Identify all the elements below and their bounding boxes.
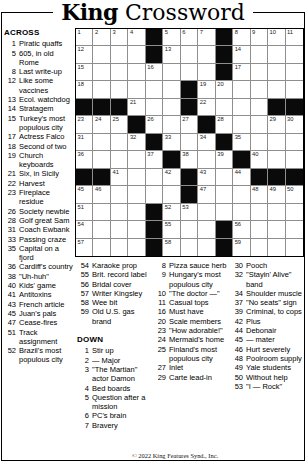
grid-cell[interactable]: [268, 239, 285, 256]
grid-cell[interactable]: [93, 239, 110, 256]
clue-number: 12: [4, 76, 19, 85]
grid-cell[interactable]: 16: [146, 64, 163, 81]
clue-number: 22: [4, 179, 19, 188]
clue-text: Stir up: [92, 346, 152, 355]
clue-text: French article: [19, 300, 74, 309]
clue-text: — mater: [246, 335, 304, 344]
cell-number: 30: [287, 116, 293, 124]
clue-down-5: 5Question after a mission: [77, 393, 152, 412]
grid-cell[interactable]: [286, 239, 303, 256]
cell-number: 55: [165, 221, 171, 229]
grid-cell[interactable]: [233, 204, 250, 221]
clue-number: 44: [231, 326, 246, 335]
down-clue-list-1: 1Stir up2— Major3"The Martian" actor Dam…: [77, 346, 152, 430]
clue-number: 38: [4, 272, 19, 281]
grid-cell[interactable]: [111, 151, 128, 168]
grid-cell[interactable]: [198, 204, 215, 221]
grid-cell[interactable]: 13: [163, 46, 180, 63]
clue-number: 23: [154, 326, 169, 335]
grid-cell[interactable]: [93, 81, 110, 98]
grid-cell[interactable]: [216, 186, 233, 203]
clue-down-25: 25Finland's most populous city: [154, 345, 228, 364]
black-cell: [216, 46, 233, 63]
grid-cell[interactable]: [111, 64, 128, 81]
cell-number: 41: [112, 169, 118, 177]
grid-cell[interactable]: [111, 186, 128, 203]
grid-cell[interactable]: [163, 99, 180, 116]
clue-text: Plus: [246, 317, 304, 326]
cell-number: 40: [252, 151, 258, 159]
grid-cell[interactable]: [251, 239, 268, 256]
black-cell: [286, 169, 303, 186]
grid-cell[interactable]: [233, 116, 250, 133]
grid-cell[interactable]: [251, 46, 268, 63]
grid-cell[interactable]: 17: [233, 64, 250, 81]
clue-text: Harvest: [19, 179, 74, 188]
cell-number: 15: [78, 64, 84, 72]
clue-text: Question after a mission: [92, 393, 152, 412]
black-cell: [181, 186, 198, 203]
clue-across-36: 36Cardiff's country: [4, 262, 74, 271]
clue-across-21: 21Six, in Sicily: [4, 169, 74, 178]
clue-number: 50: [231, 373, 246, 382]
cell-number: 1: [78, 29, 81, 37]
grid-cell[interactable]: [286, 221, 303, 238]
grid-cell[interactable]: [268, 204, 285, 221]
grid-cell[interactable]: 32: [128, 134, 145, 151]
clue-number: 55: [77, 270, 92, 279]
clue-across-18: 18Second of two: [4, 142, 74, 151]
grid-cell[interactable]: [163, 81, 180, 98]
clue-number: 8: [4, 67, 19, 76]
black-cell: [111, 99, 128, 116]
grid-cell[interactable]: [268, 46, 285, 63]
grid-cell[interactable]: [233, 99, 250, 116]
grid-cell[interactable]: 43: [198, 169, 215, 186]
clue-number: 47: [4, 318, 19, 327]
grid-cell[interactable]: [181, 134, 198, 151]
grid-cell[interactable]: 15: [76, 64, 93, 81]
grid-cell[interactable]: 7: [198, 29, 215, 46]
cell-number: 36: [78, 151, 84, 159]
clue-text: Inlet: [169, 363, 228, 372]
grid-cell[interactable]: [93, 134, 110, 151]
black-cell: [146, 221, 163, 238]
clue-text: Coach Ewbank: [19, 225, 74, 234]
clue-text: Six, in Sicily: [19, 169, 74, 178]
clue-number: 53: [231, 382, 246, 391]
cell-number: 23: [78, 116, 84, 124]
clue-number: 48: [231, 354, 246, 363]
grid-cell[interactable]: [251, 221, 268, 238]
grid-cell[interactable]: [163, 116, 180, 133]
grid-cell[interactable]: [181, 64, 198, 81]
grid-cell[interactable]: [268, 151, 285, 168]
black-cell: [146, 239, 163, 256]
clue-number: 1: [77, 346, 92, 355]
grid-cell[interactable]: [216, 204, 233, 221]
grid-cell[interactable]: 30: [286, 116, 303, 133]
grid-cell[interactable]: [286, 64, 303, 81]
grid-cell[interactable]: [251, 81, 268, 98]
clue-number: 45: [231, 335, 246, 344]
clue-number: 19: [4, 151, 19, 160]
grid-cell[interactable]: 29: [268, 116, 285, 133]
clue-across-15: 15Turkey's most populous city: [4, 114, 74, 133]
grid-cell[interactable]: [198, 239, 215, 256]
clue-text: Antitoxins: [19, 290, 74, 299]
grid-cell[interactable]: 38: [181, 151, 198, 168]
down-clue-list-2: 8Pizza sauce herb9Hungary's most populou…: [154, 261, 228, 382]
clue-number: 49: [231, 363, 246, 372]
black-cell: [251, 169, 268, 186]
grid-cell[interactable]: 12: [76, 46, 93, 63]
copyright-line: © 2022 King Features Synd., Inc.: [60, 452, 290, 459]
clue-text: Scale members: [169, 317, 228, 326]
across-clue-list: 1Piratic quaffs5605, in old Rome8Last wr…: [4, 39, 74, 364]
cell-number: 54: [78, 221, 84, 229]
clue-across-5: 5605, in old Rome: [4, 49, 74, 68]
black-cell: [216, 221, 233, 238]
grid-cell[interactable]: 20: [216, 81, 233, 98]
cell-number: 59: [235, 239, 241, 247]
clue-down-4: 4Bed boards: [77, 384, 152, 393]
clue-text: Pizza sauce herb: [169, 261, 228, 270]
clue-across-43: 43French article: [4, 300, 74, 309]
clue-down-49: 49Yale students: [231, 363, 304, 372]
down-header: DOWN: [77, 335, 152, 344]
clue-number: 57: [77, 289, 92, 298]
clue-text: Writer Kingsley: [92, 289, 152, 298]
grid-cell[interactable]: [128, 64, 145, 81]
clue-text: Casual tops: [169, 298, 228, 307]
cell-number: 13: [165, 46, 171, 54]
clue-text: Cardiff's country: [19, 262, 74, 271]
cell-number: 47: [200, 186, 206, 194]
clue-across-12: 12Like some vaccines: [4, 76, 74, 95]
grid-cell[interactable]: 41: [111, 169, 128, 186]
grid-cell[interactable]: [268, 81, 285, 98]
grid-cell[interactable]: [268, 134, 285, 151]
black-cell: [233, 151, 250, 168]
clue-number: 59: [77, 307, 92, 316]
clue-text: "I — Rock": [246, 382, 304, 391]
grid-cell[interactable]: [111, 46, 128, 63]
grid-cell[interactable]: 11: [286, 29, 303, 46]
clue-text: Like some vaccines: [19, 76, 74, 95]
grid-cell[interactable]: 25: [111, 116, 128, 133]
grid-cell[interactable]: [146, 169, 163, 186]
clue-text: Juan's pals: [19, 309, 74, 318]
black-cell: [181, 81, 198, 98]
grid-cell[interactable]: 4: [128, 29, 145, 46]
clue-number: 10: [154, 289, 169, 298]
clue-text: Fireplace residue: [19, 188, 74, 207]
grid-cell[interactable]: 8: [233, 29, 250, 46]
grid-cell[interactable]: [198, 221, 215, 238]
clue-number: 8: [154, 261, 169, 270]
grid-cell[interactable]: [198, 46, 215, 63]
grid-cell[interactable]: 58: [163, 239, 180, 256]
clue-down-6: 6PC's brain: [77, 411, 152, 420]
grid-cell[interactable]: 19: [198, 81, 215, 98]
black-cell: [181, 99, 198, 116]
clue-across-38: 38"Uh-huh": [4, 272, 74, 281]
grid-cell[interactable]: [251, 64, 268, 81]
grid-cell[interactable]: [251, 116, 268, 133]
clue-down-30: 30Pooch: [231, 261, 304, 270]
grid-cell[interactable]: 2: [93, 29, 110, 46]
grid-cell[interactable]: 39: [216, 151, 233, 168]
cell-number: 14: [235, 46, 241, 54]
clue-text: "Uh-huh": [19, 272, 74, 281]
grid-cell[interactable]: 47: [198, 186, 215, 203]
cell-number: 2: [95, 29, 98, 37]
grid-cell[interactable]: [181, 46, 198, 63]
grid-cell[interactable]: 53: [181, 204, 198, 221]
clue-number: 5: [4, 49, 19, 58]
grid-cell[interactable]: [268, 221, 285, 238]
clue-number: 11: [154, 298, 169, 307]
title-crossword: Crossword: [118, 0, 245, 25]
clue-number: 34: [231, 289, 246, 298]
clue-across-47: 47Cease-fires: [4, 318, 74, 327]
grid-cell[interactable]: 35: [233, 134, 250, 151]
clue-across-17: 17Actress Falco: [4, 132, 74, 141]
clue-across-35: 35Capital on a fjord: [4, 244, 74, 263]
grid-cell[interactable]: 37: [146, 151, 163, 168]
clue-number: 21: [4, 169, 19, 178]
grid-cell[interactable]: [111, 221, 128, 238]
grid-cell[interactable]: 26: [146, 116, 163, 133]
cell-number: 56: [235, 221, 241, 229]
grid-cell[interactable]: 49: [268, 186, 285, 203]
grid-cell[interactable]: [286, 204, 303, 221]
clue-text: Piratic quaffs: [19, 39, 74, 48]
clue-across-56: 56Bridal cover: [77, 280, 152, 289]
grid-cell[interactable]: 24: [93, 116, 110, 133]
clue-down-48: 48Poolroom supply: [231, 354, 304, 363]
grid-cell[interactable]: 23: [76, 116, 93, 133]
cell-number: 35: [235, 134, 241, 142]
grid-cell[interactable]: 21: [128, 99, 145, 116]
clue-down-42: 42Plus: [231, 317, 304, 326]
grid-cell[interactable]: [233, 81, 250, 98]
grid-cell[interactable]: 27: [181, 116, 198, 133]
grid-cell[interactable]: [216, 99, 233, 116]
grid-cell[interactable]: 54: [76, 221, 93, 238]
black-cell: [268, 99, 285, 116]
grid-cell[interactable]: [198, 64, 215, 81]
grid-cell[interactable]: [146, 99, 163, 116]
grid-cell[interactable]: 10: [268, 29, 285, 46]
clue-text: Bravery: [92, 421, 152, 430]
grid-cell[interactable]: [286, 46, 303, 63]
clue-down-39: 39Criminal, to cops: [231, 307, 304, 316]
clue-across-58: 58Wee bit: [77, 298, 152, 307]
black-cell: [216, 64, 233, 81]
clue-number: 25: [154, 345, 169, 354]
grid-cell[interactable]: [93, 64, 110, 81]
grid-cell[interactable]: [93, 151, 110, 168]
grid-cell[interactable]: 59: [233, 239, 250, 256]
grid-cell[interactable]: [286, 134, 303, 151]
cell-number: 27: [182, 116, 188, 124]
clue-down-11: 11Casual tops: [154, 298, 228, 307]
grid-cell[interactable]: 33: [163, 134, 180, 151]
clue-number: 23: [4, 188, 19, 197]
grid-cell[interactable]: 56: [233, 221, 250, 238]
cell-number: 21: [130, 99, 136, 107]
grid-cell[interactable]: 42: [163, 169, 180, 186]
clue-number: 20: [154, 317, 169, 326]
grid-cell[interactable]: 14: [233, 46, 250, 63]
grid-cell[interactable]: 36: [76, 151, 93, 168]
clue-text: Second of two: [19, 142, 74, 151]
grid-cell[interactable]: [181, 221, 198, 238]
clue-across-26: 26Society newbie: [4, 207, 74, 216]
black-cell: [163, 151, 180, 168]
grid-cell[interactable]: [286, 151, 303, 168]
grid-cell[interactable]: 31: [76, 134, 93, 151]
clue-text: Brazil's most populous city: [19, 346, 74, 365]
grid-cell[interactable]: [111, 239, 128, 256]
black-cell: [146, 134, 163, 151]
clue-across-57: 57Writer Kingsley: [77, 289, 152, 298]
grid-cell[interactable]: 55: [163, 221, 180, 238]
grid-cell[interactable]: 1: [76, 29, 93, 46]
grid-cell[interactable]: [146, 186, 163, 203]
grid-cell[interactable]: 9: [251, 29, 268, 46]
grid-cell[interactable]: [93, 46, 110, 63]
grid-cell[interactable]: [111, 204, 128, 221]
grid-cell[interactable]: [198, 151, 215, 168]
grid-cell[interactable]: 44: [233, 169, 250, 186]
grid-cell[interactable]: [111, 81, 128, 98]
cell-number: 20: [217, 81, 223, 89]
grid-cell[interactable]: [111, 134, 128, 151]
cell-number: 12: [78, 46, 84, 54]
clue-text: Poolroom supply: [246, 354, 304, 363]
black-cell: [146, 29, 163, 46]
grid-cell[interactable]: [128, 221, 145, 238]
clue-down-27: 27Inlet: [154, 363, 228, 372]
clue-text: Without help: [246, 373, 304, 382]
clue-text: Pooch: [246, 261, 304, 270]
grid-cell[interactable]: [128, 204, 145, 221]
grid-cell[interactable]: [128, 151, 145, 168]
grid-cell[interactable]: 45: [76, 186, 93, 203]
grid-cell[interactable]: [128, 46, 145, 63]
black-cell: [76, 169, 93, 186]
clue-number: 58: [77, 298, 92, 307]
clue-text: Capital on a fjord: [19, 244, 74, 263]
cell-number: 58: [165, 239, 171, 247]
grid-cell[interactable]: 3: [111, 29, 128, 46]
clue-across-31: 31Coach Ewbank: [4, 225, 74, 234]
grid-cell[interactable]: 28: [216, 116, 233, 133]
grid-cell[interactable]: [128, 239, 145, 256]
grid-cell[interactable]: 46: [93, 186, 110, 203]
clue-number: 6: [77, 411, 92, 420]
cell-number: 45: [78, 186, 84, 194]
cell-number: 16: [147, 64, 153, 72]
clue-number: 35: [4, 244, 19, 253]
clue-down-44: 44Debonair: [231, 326, 304, 335]
grid-cell[interactable]: [251, 204, 268, 221]
grid-cell[interactable]: [93, 204, 110, 221]
cell-number: 24: [95, 116, 101, 124]
grid-cell[interactable]: [181, 239, 198, 256]
clue-down-29: 29Carte lead-in: [154, 373, 228, 382]
grid-cell[interactable]: 6: [181, 29, 198, 46]
grid-cell[interactable]: 40: [251, 151, 268, 168]
grid-cell[interactable]: [128, 169, 145, 186]
black-cell: [216, 29, 233, 46]
clue-text: Yale students: [246, 363, 304, 372]
clue-number: 52: [4, 346, 19, 355]
clue-number: 13: [4, 95, 19, 104]
grid-cell[interactable]: [163, 64, 180, 81]
grid-cell[interactable]: 50: [286, 186, 303, 203]
page-title: King Crossword: [53, 0, 253, 25]
black-cell: [216, 239, 233, 256]
grid-cell[interactable]: 57: [76, 239, 93, 256]
grid-cell[interactable]: 5: [163, 29, 180, 46]
black-cell: [146, 46, 163, 63]
grid-cell[interactable]: 51: [76, 204, 93, 221]
grid-cell[interactable]: [146, 81, 163, 98]
clue-down-1: 1Stir up: [77, 346, 152, 355]
clue-text: Stratagem: [19, 104, 74, 113]
grid-cell[interactable]: [128, 81, 145, 98]
clue-down-37: 37"No seats" sign: [231, 298, 304, 307]
grid-cell[interactable]: 52: [163, 204, 180, 221]
clue-number: 14: [4, 104, 19, 113]
clue-text: Golf great Sam: [19, 216, 74, 225]
clue-down-3: 3"The Martian" actor Damon: [77, 365, 152, 384]
grid-cell[interactable]: [163, 186, 180, 203]
grid-cell[interactable]: 22: [198, 99, 215, 116]
grid-cell[interactable]: [93, 221, 110, 238]
clue-across-1: 1Piratic quaffs: [4, 39, 74, 48]
clue-across-22: 22Harvest: [4, 179, 74, 188]
clue-text: Hurt severely: [246, 345, 304, 354]
grid-cell[interactable]: 34: [198, 134, 215, 151]
cell-number: 29: [270, 116, 276, 124]
clue-across-14: 14Stratagem: [4, 104, 74, 113]
clue-text: "Stayin' Alive" band: [246, 270, 304, 289]
clue-number: 42: [231, 317, 246, 326]
grid-cell[interactable]: [216, 169, 233, 186]
clue-across-8: 8Last write-up: [4, 67, 74, 76]
grid-cell[interactable]: [268, 64, 285, 81]
clue-down-34: 34Shoulder muscle: [231, 289, 304, 298]
cell-number: 11: [287, 29, 293, 37]
clue-number: 41: [4, 290, 19, 299]
clue-text: Passing craze: [19, 235, 74, 244]
grid-cell[interactable]: [286, 81, 303, 98]
clue-text: Track assignment: [19, 328, 74, 347]
cell-number: 22: [200, 99, 206, 107]
grid-cell[interactable]: [128, 186, 145, 203]
grid-cell[interactable]: 48: [251, 186, 268, 203]
clue-number: 29: [154, 373, 169, 382]
grid-cell[interactable]: 18: [76, 81, 93, 98]
grid-cell[interactable]: [251, 99, 268, 116]
grid-cell[interactable]: [233, 186, 250, 203]
grid-cell[interactable]: [251, 134, 268, 151]
